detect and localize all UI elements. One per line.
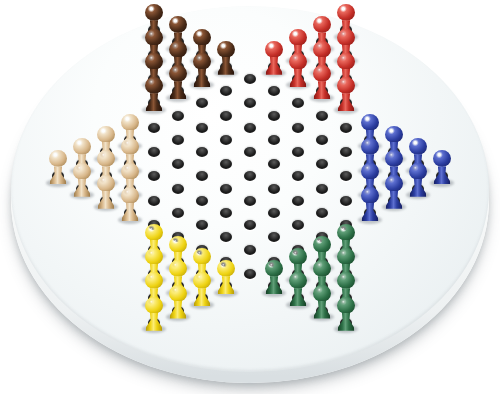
hole (172, 111, 184, 121)
hole (244, 123, 256, 133)
peg-head (145, 272, 163, 289)
hole (244, 269, 256, 279)
board-cell[interactable] (334, 189, 358, 213)
peg-green[interactable] (312, 285, 332, 319)
hole (268, 159, 280, 169)
peg-head (193, 29, 211, 46)
peg-red[interactable] (336, 77, 356, 111)
hole (220, 86, 232, 96)
board-cell[interactable] (286, 91, 310, 115)
peg-green[interactable] (264, 260, 284, 294)
peg-body (122, 203, 139, 221)
hole (196, 171, 208, 181)
board-cell[interactable] (262, 274, 286, 298)
peg-natural[interactable] (96, 175, 116, 209)
peg-head (169, 16, 187, 33)
board-cell[interactable] (214, 176, 238, 200)
board-cell[interactable] (238, 262, 262, 286)
board-cell[interactable] (190, 67, 214, 91)
hole (292, 220, 304, 230)
hole (340, 171, 352, 181)
star-grid (46, 18, 454, 335)
board-cell[interactable] (310, 176, 334, 200)
peg-head (97, 126, 115, 143)
hole (220, 208, 232, 218)
peg-head (145, 297, 163, 314)
board-cell[interactable] (310, 128, 334, 152)
hole (196, 98, 208, 108)
board-cell[interactable] (238, 213, 262, 237)
board-cell[interactable] (262, 103, 286, 127)
board-cell[interactable] (214, 274, 238, 298)
board-cell[interactable] (238, 140, 262, 164)
hole (340, 196, 352, 206)
peg-brown[interactable] (192, 53, 212, 87)
peg-body (170, 81, 187, 99)
peg-body (362, 203, 379, 221)
hole (268, 232, 280, 242)
hole (340, 123, 352, 133)
peg-head (265, 260, 283, 277)
peg-head (169, 236, 187, 253)
board-cell[interactable] (310, 103, 334, 127)
board-cell[interactable] (142, 164, 166, 188)
hole (316, 208, 328, 218)
board-cell[interactable] (286, 116, 310, 140)
peg-head (289, 248, 307, 265)
board-cell[interactable] (334, 116, 358, 140)
hole (172, 184, 184, 194)
peg-head (289, 29, 307, 46)
hole (220, 184, 232, 194)
board-cell[interactable] (286, 164, 310, 188)
hole (196, 220, 208, 230)
hole (220, 232, 232, 242)
peg-brown[interactable] (216, 41, 236, 75)
peg-blue[interactable] (384, 175, 404, 209)
board-cell[interactable] (286, 67, 310, 91)
hole (148, 147, 160, 157)
peg-head (121, 114, 139, 131)
board-cell[interactable] (286, 140, 310, 164)
peg-blue[interactable] (432, 150, 452, 184)
peg-head (409, 138, 427, 155)
board-cell[interactable] (190, 189, 214, 213)
hole (244, 171, 256, 181)
peg-body (314, 81, 331, 99)
peg-body (266, 276, 283, 294)
peg-body (98, 191, 115, 209)
peg-blue[interactable] (408, 163, 428, 197)
peg-head (385, 150, 403, 167)
board-cell[interactable] (334, 164, 358, 188)
hole (196, 123, 208, 133)
hole (172, 208, 184, 218)
board-cell[interactable] (166, 128, 190, 152)
board-cell[interactable] (214, 128, 238, 152)
board-cell[interactable] (142, 311, 166, 335)
peg-body (146, 93, 163, 111)
peg-head (121, 163, 139, 180)
board-cell[interactable] (142, 91, 166, 115)
board-cell[interactable] (166, 298, 190, 322)
peg-head (217, 41, 235, 58)
peg-head (289, 53, 307, 70)
peg-red[interactable] (288, 53, 308, 87)
board-cell[interactable] (190, 140, 214, 164)
peg-body (386, 191, 403, 209)
hole (316, 159, 328, 169)
peg-natural[interactable] (120, 187, 140, 221)
board-cell[interactable] (238, 164, 262, 188)
peg-head (385, 126, 403, 143)
board-cell[interactable] (310, 201, 334, 225)
board-cell[interactable] (166, 176, 190, 200)
peg-red[interactable] (312, 65, 332, 99)
hole (196, 147, 208, 157)
peg-body (266, 57, 283, 75)
board-cell[interactable] (166, 152, 190, 176)
hole (196, 196, 208, 206)
peg-head (313, 236, 331, 253)
peg-body (290, 288, 307, 306)
hole (244, 196, 256, 206)
peg-head (121, 187, 139, 204)
peg-natural[interactable] (72, 163, 92, 197)
peg-head (193, 248, 211, 265)
peg-blue[interactable] (360, 187, 380, 221)
board-cell[interactable] (142, 189, 166, 213)
board-cell[interactable] (238, 67, 262, 91)
board-cell[interactable] (262, 152, 286, 176)
hole (148, 171, 160, 181)
board-cell[interactable] (262, 128, 286, 152)
board-cell[interactable] (262, 225, 286, 249)
peg-head (145, 248, 163, 265)
peg-body (50, 166, 67, 184)
hole (316, 184, 328, 194)
peg-natural[interactable] (48, 150, 68, 184)
peg-brown[interactable] (168, 65, 188, 99)
peg-head (361, 187, 379, 204)
peg-head (97, 175, 115, 192)
peg-green[interactable] (336, 297, 356, 331)
board-cell[interactable] (358, 201, 382, 225)
board-cell[interactable] (286, 189, 310, 213)
hole (268, 111, 280, 121)
board-cell[interactable] (310, 79, 334, 103)
peg-body (434, 166, 451, 184)
peg-head (169, 65, 187, 82)
hole (268, 184, 280, 194)
board-cell[interactable] (214, 79, 238, 103)
peg-head (73, 163, 91, 180)
board-cell[interactable] (238, 116, 262, 140)
peg-head (193, 53, 211, 70)
board-cell[interactable] (262, 55, 286, 79)
peg-head (145, 29, 163, 46)
hole (220, 159, 232, 169)
board-cell[interactable] (262, 79, 286, 103)
hole (340, 147, 352, 157)
hole (292, 147, 304, 157)
peg-yellow[interactable] (168, 285, 188, 319)
peg-head (265, 41, 283, 58)
peg-head (145, 224, 163, 241)
peg-yellow[interactable] (192, 272, 212, 306)
peg-head (193, 272, 211, 289)
peg-head (337, 248, 355, 265)
peg-head (73, 138, 91, 155)
hole (220, 135, 232, 145)
peg-head (289, 272, 307, 289)
scene (0, 0, 500, 394)
board-cell[interactable] (238, 189, 262, 213)
board-cell[interactable] (94, 189, 118, 213)
peg-head (361, 163, 379, 180)
peg-yellow[interactable] (216, 260, 236, 294)
board-cell[interactable] (310, 298, 334, 322)
peg-head (361, 114, 379, 131)
board-cell[interactable] (286, 213, 310, 237)
peg-body (170, 301, 187, 319)
peg-head (385, 175, 403, 192)
peg-head (169, 285, 187, 302)
peg-body (410, 179, 427, 197)
board-cell[interactable] (334, 91, 358, 115)
board-cell[interactable] (382, 189, 406, 213)
peg-head (145, 53, 163, 70)
board-cell[interactable] (190, 213, 214, 237)
board-cell[interactable] (334, 140, 358, 164)
board-cell[interactable] (190, 116, 214, 140)
peg-body (146, 313, 163, 331)
hole (292, 123, 304, 133)
peg-head (433, 150, 451, 167)
peg-green[interactable] (288, 272, 308, 306)
hole (244, 245, 256, 255)
peg-head (313, 260, 331, 277)
board-cell[interactable] (334, 311, 358, 335)
board-cell[interactable] (166, 201, 190, 225)
board-cell[interactable] (214, 152, 238, 176)
peg-head (313, 65, 331, 82)
peg-brown[interactable] (144, 77, 164, 111)
board-cell[interactable] (190, 91, 214, 115)
peg-head (337, 224, 355, 241)
hole (292, 171, 304, 181)
peg-body (218, 57, 235, 75)
board-cell[interactable] (46, 164, 70, 188)
board-cell[interactable] (166, 103, 190, 127)
peg-head (169, 260, 187, 277)
peg-head (337, 4, 355, 21)
hole (316, 135, 328, 145)
peg-body (194, 69, 211, 87)
board-cell[interactable] (238, 237, 262, 261)
peg-head (313, 16, 331, 33)
peg-head (313, 285, 331, 302)
board-cell[interactable] (70, 176, 94, 200)
board-cell[interactable] (262, 176, 286, 200)
board-cell[interactable] (430, 164, 454, 188)
peg-body (338, 313, 355, 331)
peg-body (218, 276, 235, 294)
hole (268, 135, 280, 145)
hole (244, 98, 256, 108)
board-cell[interactable] (310, 152, 334, 176)
peg-head (337, 29, 355, 46)
peg-head (337, 272, 355, 289)
peg-head (337, 297, 355, 314)
peg-body (314, 301, 331, 319)
board-cell[interactable] (190, 164, 214, 188)
board-cell[interactable] (190, 286, 214, 310)
hole (292, 196, 304, 206)
peg-head (361, 138, 379, 155)
hole (244, 220, 256, 230)
board-cell[interactable] (214, 103, 238, 127)
hole (268, 208, 280, 218)
peg-head (337, 77, 355, 94)
board-cell[interactable] (214, 225, 238, 249)
hole (220, 111, 232, 121)
peg-head (409, 163, 427, 180)
board-cell[interactable] (262, 201, 286, 225)
hole (172, 135, 184, 145)
peg-head (217, 260, 235, 277)
peg-head (145, 4, 163, 21)
hole (268, 86, 280, 96)
peg-head (145, 77, 163, 94)
peg-body (194, 288, 211, 306)
hole (148, 123, 160, 133)
board-cell[interactable] (166, 79, 190, 103)
board-cell[interactable] (142, 140, 166, 164)
board-cell[interactable] (142, 116, 166, 140)
peg-head (97, 150, 115, 167)
board-cell[interactable] (214, 55, 238, 79)
peg-head (337, 53, 355, 70)
hole (244, 147, 256, 157)
hole (244, 74, 256, 84)
peg-body (74, 179, 91, 197)
hole (292, 98, 304, 108)
board-cell[interactable] (214, 201, 238, 225)
hole (148, 196, 160, 206)
peg-body (290, 69, 307, 87)
board-cell[interactable] (118, 201, 142, 225)
peg-head (49, 150, 67, 167)
peg-yellow[interactable] (144, 297, 164, 331)
board-cell[interactable] (406, 176, 430, 200)
peg-head (169, 41, 187, 58)
peg-body (338, 93, 355, 111)
peg-head (313, 41, 331, 58)
peg-head (121, 138, 139, 155)
hole (172, 159, 184, 169)
board-cell[interactable] (238, 91, 262, 115)
peg-red[interactable] (264, 41, 284, 75)
board-cell[interactable] (286, 286, 310, 310)
hole (316, 111, 328, 121)
